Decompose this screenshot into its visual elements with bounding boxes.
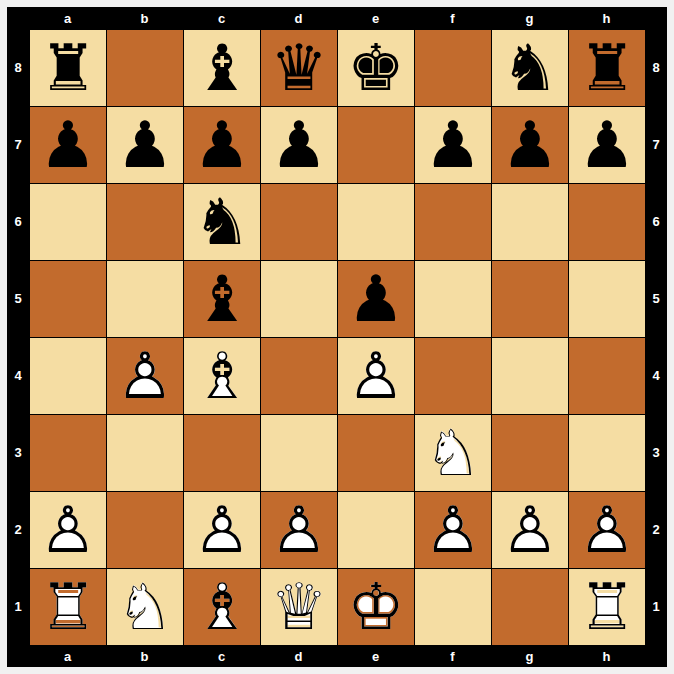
- black-pawn-glyph: ♟: [578, 113, 635, 177]
- square-e1[interactable]: ♚♔: [337, 568, 414, 645]
- square-d8[interactable]: ♛: [260, 29, 337, 106]
- white-pawn-outline-glyph: ♙: [116, 344, 173, 408]
- piece-black-bishop[interactable]: ♝: [193, 36, 250, 100]
- square-b7[interactable]: ♟: [106, 106, 183, 183]
- square-c5[interactable]: ♝: [183, 260, 260, 337]
- piece-black-knight[interactable]: ♞: [501, 36, 558, 100]
- rank-label-1-right: 1: [645, 568, 667, 645]
- file-label-b-bottom: b: [106, 645, 183, 667]
- square-g7[interactable]: ♟: [491, 106, 568, 183]
- piece-black-pawn[interactable]: ♟: [116, 113, 173, 177]
- square-g8[interactable]: ♞: [491, 29, 568, 106]
- rank-label-5-left: 5: [7, 260, 29, 337]
- square-c1[interactable]: ♝♗: [183, 568, 260, 645]
- square-g6[interactable]: [491, 183, 568, 260]
- page: abcdefgh8♜♝♛♚♞♜87♟♟♟♟♟♟♟76♞65♝♟54♟♙♝♗♟♙4…: [0, 0, 674, 674]
- file-label-c-top: c: [183, 7, 260, 29]
- rank-label-4-left: 4: [7, 337, 29, 414]
- rank-label-6-right: 6: [645, 183, 667, 260]
- square-g3[interactable]: [491, 414, 568, 491]
- black-rook-glyph: ♜: [39, 36, 96, 100]
- piece-white-bishop[interactable]: ♝♗: [193, 344, 250, 408]
- rank-label-2-left: 2: [7, 491, 29, 568]
- square-g1[interactable]: [491, 568, 568, 645]
- white-pawn-outline-glyph: ♙: [347, 344, 404, 408]
- board-frame: abcdefgh8♜♝♛♚♞♜87♟♟♟♟♟♟♟76♞65♝♟54♟♙♝♗♟♙4…: [7, 7, 667, 667]
- file-label-b-top: b: [106, 7, 183, 29]
- piece-white-pawn[interactable]: ♟♙: [424, 498, 481, 562]
- frame-corner: [645, 7, 667, 29]
- black-rook-glyph: ♜: [578, 36, 635, 100]
- square-e3[interactable]: [337, 414, 414, 491]
- black-pawn-glyph: ♟: [116, 113, 173, 177]
- white-pawn-outline-glyph: ♙: [39, 498, 96, 562]
- white-knight-outline-glyph: ♘: [116, 575, 173, 639]
- piece-white-rook[interactable]: ♜♖: [578, 575, 635, 639]
- white-queen-outline-glyph: ♕: [270, 575, 327, 639]
- white-bishop-outline-glyph: ♗: [193, 344, 250, 408]
- square-e7[interactable]: [337, 106, 414, 183]
- file-label-a-bottom: a: [29, 645, 106, 667]
- square-e8[interactable]: ♚: [337, 29, 414, 106]
- black-king-glyph: ♚: [347, 36, 404, 100]
- black-bishop-glyph: ♝: [193, 36, 250, 100]
- piece-black-pawn[interactable]: ♟: [270, 113, 327, 177]
- square-f1[interactable]: [414, 568, 491, 645]
- white-king-outline-glyph: ♔: [347, 575, 404, 639]
- white-pawn-outline-glyph: ♙: [193, 498, 250, 562]
- piece-white-knight[interactable]: ♞♘: [116, 575, 173, 639]
- file-label-d-top: d: [260, 7, 337, 29]
- piece-black-bishop[interactable]: ♝: [193, 267, 250, 331]
- square-h2[interactable]: ♟♙: [568, 491, 645, 568]
- square-d4[interactable]: [260, 337, 337, 414]
- file-label-f-top: f: [414, 7, 491, 29]
- white-knight-outline-glyph: ♘: [424, 421, 481, 485]
- square-b6[interactable]: [106, 183, 183, 260]
- file-label-a-top: a: [29, 7, 106, 29]
- piece-white-knight[interactable]: ♞♘: [424, 421, 481, 485]
- rank-label-4-right: 4: [645, 337, 667, 414]
- rank-label-7-right: 7: [645, 106, 667, 183]
- square-a1[interactable]: ♜♖: [29, 568, 106, 645]
- square-b2[interactable]: [106, 491, 183, 568]
- square-c6[interactable]: ♞: [183, 183, 260, 260]
- square-h1[interactable]: ♜♖: [568, 568, 645, 645]
- square-e6[interactable]: [337, 183, 414, 260]
- rank-label-8-left: 8: [7, 29, 29, 106]
- square-e4[interactable]: ♟♙: [337, 337, 414, 414]
- black-knight-glyph: ♞: [193, 190, 250, 254]
- piece-black-pawn[interactable]: ♟: [347, 267, 404, 331]
- square-e5[interactable]: ♟: [337, 260, 414, 337]
- file-label-f-bottom: f: [414, 645, 491, 667]
- piece-black-pawn[interactable]: ♟: [578, 113, 635, 177]
- piece-black-pawn[interactable]: ♟: [424, 113, 481, 177]
- piece-white-pawn[interactable]: ♟♙: [578, 498, 635, 562]
- black-pawn-glyph: ♟: [347, 267, 404, 331]
- square-a6[interactable]: [29, 183, 106, 260]
- rank-label-6-left: 6: [7, 183, 29, 260]
- black-pawn-glyph: ♟: [270, 113, 327, 177]
- white-rook-outline-glyph: ♖: [39, 575, 96, 639]
- square-g5[interactable]: [491, 260, 568, 337]
- square-h3[interactable]: [568, 414, 645, 491]
- rank-label-5-right: 5: [645, 260, 667, 337]
- black-pawn-glyph: ♟: [193, 113, 250, 177]
- square-d7[interactable]: ♟: [260, 106, 337, 183]
- square-f6[interactable]: [414, 183, 491, 260]
- square-g2[interactable]: ♟♙: [491, 491, 568, 568]
- black-pawn-glyph: ♟: [39, 113, 96, 177]
- square-a8[interactable]: ♜: [29, 29, 106, 106]
- piece-black-pawn[interactable]: ♟: [193, 113, 250, 177]
- file-label-d-bottom: d: [260, 645, 337, 667]
- square-b3[interactable]: [106, 414, 183, 491]
- square-c3[interactable]: [183, 414, 260, 491]
- black-pawn-glyph: ♟: [424, 113, 481, 177]
- piece-black-knight[interactable]: ♞: [193, 190, 250, 254]
- frame-corner: [7, 7, 29, 29]
- square-h5[interactable]: [568, 260, 645, 337]
- rank-label-7-left: 7: [7, 106, 29, 183]
- piece-white-pawn[interactable]: ♟♙: [270, 498, 327, 562]
- white-bishop-outline-glyph: ♗: [193, 575, 250, 639]
- black-pawn-glyph: ♟: [501, 113, 558, 177]
- file-label-h-top: h: [568, 7, 645, 29]
- square-f7[interactable]: ♟: [414, 106, 491, 183]
- square-a2[interactable]: ♟♙: [29, 491, 106, 568]
- file-label-h-bottom: h: [568, 645, 645, 667]
- square-a5[interactable]: [29, 260, 106, 337]
- piece-black-queen[interactable]: ♛: [270, 36, 327, 100]
- square-c7[interactable]: ♟: [183, 106, 260, 183]
- piece-black-pawn[interactable]: ♟: [39, 113, 96, 177]
- white-pawn-outline-glyph: ♙: [270, 498, 327, 562]
- frame-corner: [645, 645, 667, 667]
- black-queen-glyph: ♛: [270, 36, 327, 100]
- square-d3[interactable]: [260, 414, 337, 491]
- white-rook-outline-glyph: ♖: [578, 575, 635, 639]
- square-g4[interactable]: [491, 337, 568, 414]
- square-c8[interactable]: ♝: [183, 29, 260, 106]
- piece-white-rook[interactable]: ♜♖: [39, 575, 96, 639]
- white-pawn-outline-glyph: ♙: [501, 498, 558, 562]
- piece-black-rook[interactable]: ♜: [578, 36, 635, 100]
- piece-black-king[interactable]: ♚: [347, 36, 404, 100]
- square-c4[interactable]: ♝♗: [183, 337, 260, 414]
- white-pawn-outline-glyph: ♙: [424, 498, 481, 562]
- piece-white-bishop[interactable]: ♝♗: [193, 575, 250, 639]
- square-f5[interactable]: [414, 260, 491, 337]
- square-a3[interactable]: [29, 414, 106, 491]
- piece-black-pawn[interactable]: ♟: [501, 113, 558, 177]
- piece-white-pawn[interactable]: ♟♙: [116, 344, 173, 408]
- piece-white-pawn[interactable]: ♟♙: [347, 344, 404, 408]
- rank-label-1-left: 1: [7, 568, 29, 645]
- square-b5[interactable]: [106, 260, 183, 337]
- black-knight-glyph: ♞: [501, 36, 558, 100]
- file-label-e-bottom: e: [337, 645, 414, 667]
- square-f8[interactable]: [414, 29, 491, 106]
- square-f4[interactable]: [414, 337, 491, 414]
- piece-white-queen[interactable]: ♛♕: [270, 575, 327, 639]
- piece-white-pawn[interactable]: ♟♙: [501, 498, 558, 562]
- file-label-e-top: e: [337, 7, 414, 29]
- rank-label-8-right: 8: [645, 29, 667, 106]
- piece-white-king[interactable]: ♚♔: [347, 575, 404, 639]
- black-bishop-glyph: ♝: [193, 267, 250, 331]
- rank-label-3-left: 3: [7, 414, 29, 491]
- square-d5[interactable]: [260, 260, 337, 337]
- square-d6[interactable]: [260, 183, 337, 260]
- square-a7[interactable]: ♟: [29, 106, 106, 183]
- square-c2[interactable]: ♟♙: [183, 491, 260, 568]
- square-d2[interactable]: ♟♙: [260, 491, 337, 568]
- piece-white-pawn[interactable]: ♟♙: [39, 498, 96, 562]
- rank-label-3-right: 3: [645, 414, 667, 491]
- square-h6[interactable]: [568, 183, 645, 260]
- square-f3[interactable]: ♞♘: [414, 414, 491, 491]
- white-pawn-outline-glyph: ♙: [578, 498, 635, 562]
- square-h8[interactable]: ♜: [568, 29, 645, 106]
- rank-label-2-right: 2: [645, 491, 667, 568]
- square-b4[interactable]: ♟♙: [106, 337, 183, 414]
- square-a4[interactable]: [29, 337, 106, 414]
- square-h4[interactable]: [568, 337, 645, 414]
- square-h7[interactable]: ♟: [568, 106, 645, 183]
- file-label-g-bottom: g: [491, 645, 568, 667]
- frame-corner: [7, 645, 29, 667]
- square-e2[interactable]: [337, 491, 414, 568]
- piece-black-rook[interactable]: ♜: [39, 36, 96, 100]
- file-label-c-bottom: c: [183, 645, 260, 667]
- square-d1[interactable]: ♛♕: [260, 568, 337, 645]
- piece-white-pawn[interactable]: ♟♙: [193, 498, 250, 562]
- square-f2[interactable]: ♟♙: [414, 491, 491, 568]
- square-b1[interactable]: ♞♘: [106, 568, 183, 645]
- square-b8[interactable]: [106, 29, 183, 106]
- file-label-g-top: g: [491, 7, 568, 29]
